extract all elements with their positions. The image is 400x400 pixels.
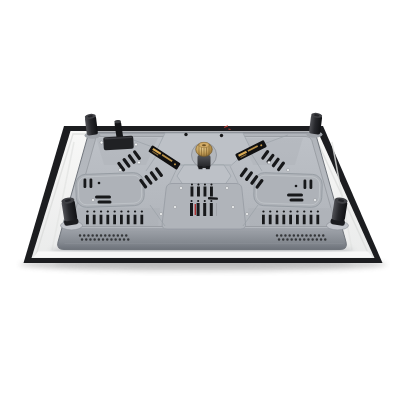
- hob-underside-illustration: [0, 0, 400, 400]
- red-wire: [195, 204, 196, 215]
- center-hub: [177, 165, 231, 186]
- glass-bottom-highlight: [34, 252, 373, 258]
- product-photo-hob-underside: [0, 0, 400, 400]
- right-burner-recess: [253, 172, 322, 207]
